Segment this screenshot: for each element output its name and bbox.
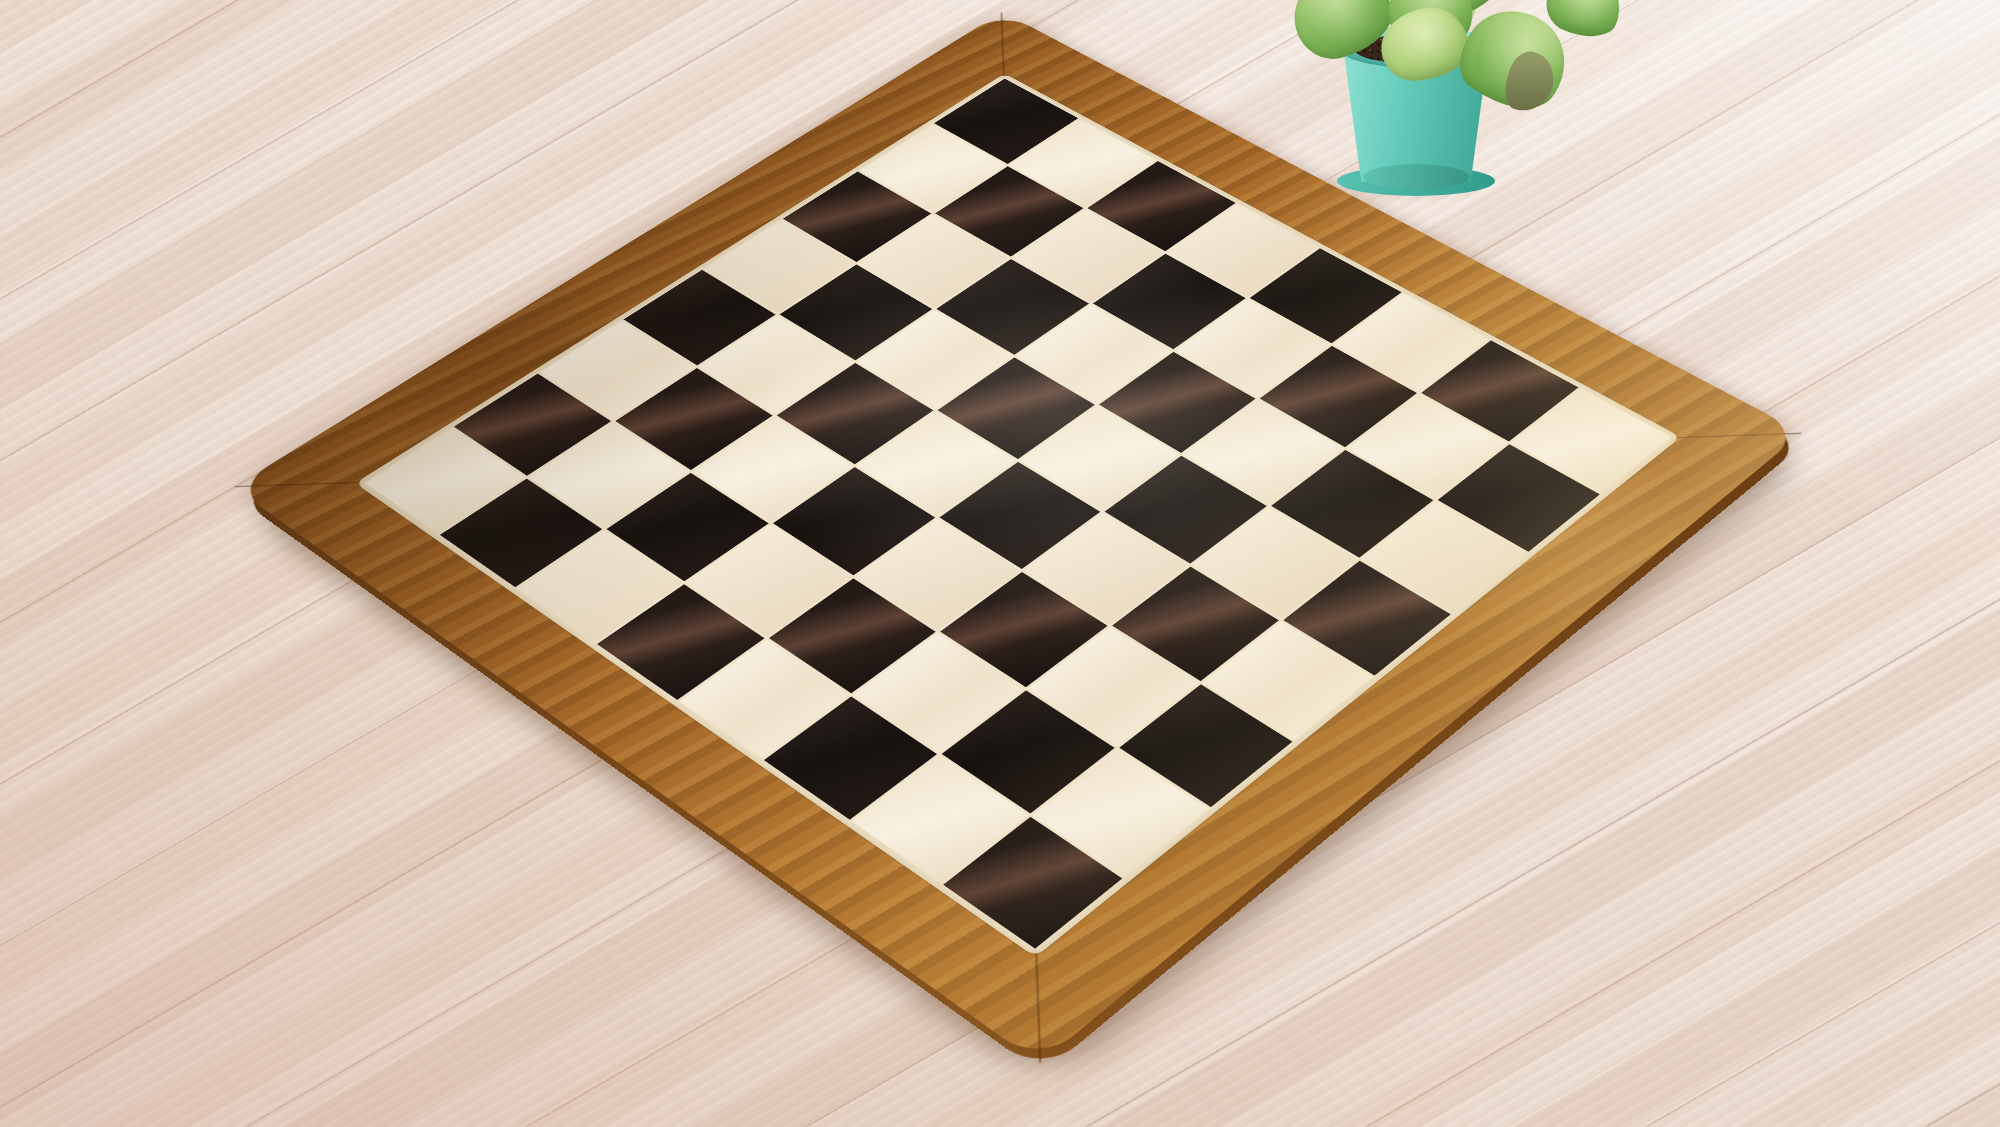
pot-base [1363, 164, 1469, 190]
potted-plant [1285, 0, 1645, 224]
frame-miter-joint [1677, 433, 1801, 439]
frame-miter-joint [235, 482, 359, 488]
frame-miter-joint [1035, 954, 1041, 1063]
photo-scene [0, 0, 2000, 1127]
frame-miter-joint [1001, 12, 1005, 75]
